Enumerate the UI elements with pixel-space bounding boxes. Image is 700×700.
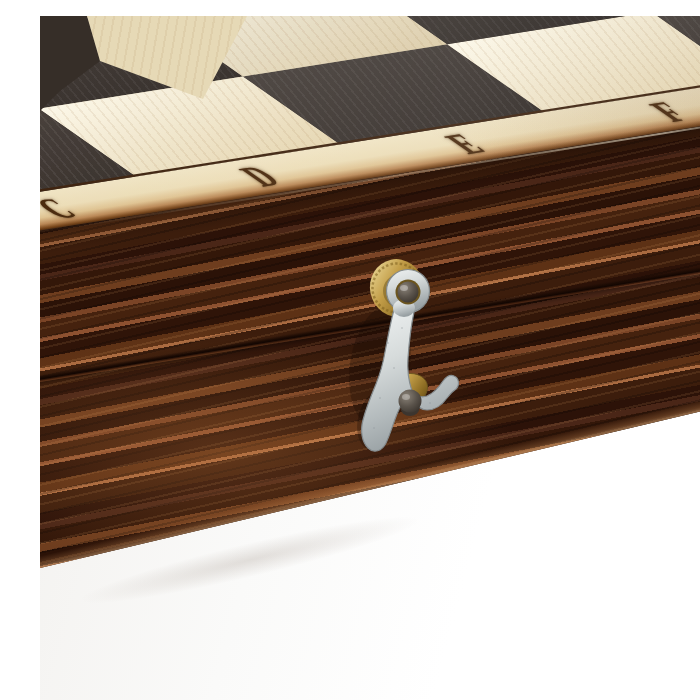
- pivot-pin-top: [396, 280, 421, 305]
- pivot-pin-bottom: [399, 390, 422, 417]
- hook-clasp: [330, 248, 470, 463]
- file-label-f: F: [639, 95, 699, 128]
- file-label-e: E: [434, 127, 496, 160]
- chess-box-photo: ABCDEFGH: [40, 16, 700, 700]
- file-label-c: C: [40, 192, 88, 225]
- file-label-d: D: [228, 159, 291, 192]
